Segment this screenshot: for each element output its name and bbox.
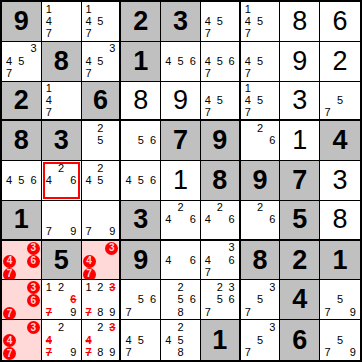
given-digit: 8 <box>201 161 239 200</box>
given-digit: 9 <box>121 241 160 280</box>
cell-r4c7[interactable]: 26 <box>241 121 281 161</box>
candidate-2: 2 <box>94 321 106 334</box>
cell-r7c5[interactable]: 46 <box>161 241 201 281</box>
candidate-4: 4 <box>43 15 55 27</box>
candidate-6: 6 <box>266 214 278 226</box>
cell-r2c9[interactable]: 2 <box>320 42 360 82</box>
candidate-6: 6 <box>187 294 199 306</box>
cell-r7c6[interactable]: 3467 <box>201 241 241 281</box>
candidate-8: 8 <box>174 306 186 318</box>
candidate-4: 4 <box>3 55 15 67</box>
highlighted-candidate-3: 3 <box>27 242 40 255</box>
candidate-grid: 567 <box>121 280 160 319</box>
candidate-5: 5 <box>214 94 226 106</box>
cell-r8c6[interactable]: 23567 <box>201 280 241 320</box>
candidate-grid: 456 <box>161 42 200 81</box>
candidate-6: 6 <box>67 174 79 186</box>
candidate-4: 4 <box>162 254 174 266</box>
candidate-9: 9 <box>67 346 79 359</box>
candidate-9: 9 <box>67 306 79 318</box>
cell-r3c6[interactable]: 457 <box>201 82 241 122</box>
candidate-2: 2 <box>55 162 67 174</box>
cell-r6c4[interactable]: 3 <box>121 201 161 241</box>
candidate-4: 4 <box>202 214 214 226</box>
candidate-4: 4 <box>202 94 214 106</box>
given-digit: 7 <box>280 161 319 200</box>
given-digit: 9 <box>201 121 239 160</box>
candidate-grid: 57 <box>320 82 360 120</box>
candidate-9: 9 <box>67 226 79 238</box>
candidate-5: 5 <box>334 294 347 306</box>
given-digit: 1 <box>320 241 360 280</box>
solved-digit: 1 <box>161 161 200 200</box>
candidate-4: 4 <box>83 15 95 27</box>
candidate-4: 4 <box>122 334 134 347</box>
candidate-grid: 26 <box>241 201 280 239</box>
cell-r6c5[interactable]: 246 <box>161 201 201 241</box>
candidate-6: 6 <box>226 214 238 226</box>
cell-r5c5[interactable]: 1 <box>161 161 201 201</box>
candidate-3: 3 <box>28 43 40 55</box>
candidate-9: 9 <box>106 226 118 238</box>
candidate-5: 5 <box>254 334 266 347</box>
cell-r4c4[interactable]: 56 <box>121 121 161 161</box>
candidate-7: 7 <box>242 306 254 318</box>
given-digit: 8 <box>2 121 41 160</box>
solved-digit: 6 <box>320 2 360 41</box>
candidate-4: 4 <box>43 334 55 347</box>
cell-r1c9[interactable]: 6 <box>320 2 360 42</box>
candidate-grid: 3467 <box>201 241 239 280</box>
cell-r5c1[interactable]: 456 <box>2 161 42 201</box>
candidate-9: 9 <box>346 346 359 359</box>
cell-r8c5[interactable]: 2568 <box>161 280 201 320</box>
candidate-2: 2 <box>214 281 226 293</box>
candidate-grid: 347 <box>2 320 41 360</box>
cell-r3c3[interactable]: 6 <box>82 82 122 122</box>
solved-digit: 9 <box>161 82 200 120</box>
candidate-7: 7 <box>122 306 134 318</box>
candidate-6: 6 <box>147 135 159 147</box>
given-digit: 8 <box>241 241 280 280</box>
given-digit: 5 <box>280 201 319 239</box>
cell-r3c5[interactable]: 9 <box>161 82 201 122</box>
candidate-5: 5 <box>94 15 106 27</box>
candidate-grid: 2479 <box>42 320 81 360</box>
given-digit: 1 <box>201 320 239 360</box>
cell-r9c1[interactable]: 347 <box>2 320 42 360</box>
candidate-3: 3 <box>106 321 118 334</box>
cell-r8c7[interactable]: 357 <box>241 280 281 320</box>
cell-r2c1[interactable]: 3457 <box>2 42 42 82</box>
cell-r9c4[interactable]: 457 <box>121 320 161 360</box>
candidate-1: 1 <box>83 3 95 15</box>
sudoku-board: 9147145723457145786345783457145645674579… <box>0 0 362 362</box>
candidate-6: 6 <box>187 55 199 67</box>
candidate-7: 7 <box>202 266 214 278</box>
candidate-7: 7 <box>242 346 254 359</box>
candidate-grid: 23567 <box>201 280 239 319</box>
candidate-4: 4 <box>162 214 174 226</box>
candidate-7: 7 <box>242 106 254 118</box>
highlighted-candidate-3: 3 <box>27 281 40 294</box>
cell-r3c1[interactable]: 2 <box>2 82 42 122</box>
cell-r8c2[interactable]: 12679 <box>42 280 82 320</box>
candidate-6: 6 <box>27 294 40 307</box>
given-digit: 1 <box>121 42 160 81</box>
given-digit: 3 <box>42 121 81 160</box>
cell-r6c1[interactable]: 1 <box>2 201 42 241</box>
candidate-grid: 579 <box>320 320 360 360</box>
cell-r9c7[interactable]: 357 <box>241 320 281 360</box>
highlighted-candidate-6: 6 <box>27 255 40 268</box>
candidate-4: 4 <box>162 55 174 67</box>
candidate-grid: 357 <box>241 320 280 360</box>
candidate-2: 2 <box>174 202 186 214</box>
candidate-grid: 79 <box>42 201 81 239</box>
candidate-4: 4 <box>3 174 15 186</box>
candidate-3: 3 <box>105 242 118 255</box>
candidate-grid: 579 <box>320 280 360 319</box>
candidate-grid: 456 <box>2 161 41 200</box>
candidate-6: 6 <box>226 254 238 266</box>
candidate-4: 4 <box>83 334 95 347</box>
cell-r4c9[interactable]: 4 <box>320 121 360 161</box>
candidate-grid: 246 <box>161 201 200 239</box>
highlighted-candidate-7: 7 <box>3 268 16 281</box>
candidate-5: 5 <box>174 55 186 67</box>
solved-digit: 1 <box>280 121 319 160</box>
candidate-6: 6 <box>187 214 199 226</box>
cell-r2c8[interactable]: 9 <box>280 42 320 82</box>
cell-r9c3[interactable]: 234789 <box>82 320 122 360</box>
candidate-3: 3 <box>266 321 278 334</box>
cell-r7c2[interactable]: 5 <box>42 241 82 281</box>
cell-r2c2[interactable]: 8 <box>42 42 82 82</box>
candidate-5: 5 <box>214 294 226 306</box>
candidate-4: 4 <box>202 55 214 67</box>
solved-digit: 3 <box>280 82 319 120</box>
candidate-grid: 3457 <box>2 42 41 81</box>
candidate-5: 5 <box>214 15 226 27</box>
cell-r3c8[interactable]: 3 <box>280 82 320 122</box>
candidate-7: 7 <box>202 306 214 318</box>
given-digit: 3 <box>121 201 160 239</box>
candidate-9: 9 <box>346 306 359 318</box>
cell-r7c7[interactable]: 8 <box>241 241 281 281</box>
cell-r6c7[interactable]: 26 <box>241 201 281 241</box>
candidate-7: 7 <box>3 268 16 281</box>
given-digit: 2 <box>121 2 160 41</box>
candidate-4: 4 <box>122 174 134 186</box>
candidate-grid: 56 <box>121 121 160 160</box>
candidate-7: 7 <box>242 67 254 79</box>
given-digit: 2 <box>280 241 319 280</box>
candidate-2: 2 <box>174 281 186 293</box>
solved-digit: 8 <box>320 201 360 239</box>
candidate-2: 2 <box>214 202 226 214</box>
cell-r5c8[interactable]: 7 <box>280 161 320 201</box>
candidate-7: 7 <box>242 28 254 40</box>
candidate-1: 1 <box>43 281 55 293</box>
cell-r9c2[interactable]: 2479 <box>42 320 82 360</box>
candidate-5: 5 <box>15 55 27 67</box>
candidate-5: 5 <box>94 55 106 67</box>
candidate-4: 4 <box>3 255 16 268</box>
given-digit: 4 <box>320 121 360 160</box>
candidate-1: 1 <box>242 3 254 15</box>
candidate-2: 2 <box>254 122 266 134</box>
candidate-7: 7 <box>321 306 334 318</box>
candidate-5: 5 <box>135 294 147 306</box>
candidate-7: 7 <box>83 268 96 281</box>
cell-r7c1[interactable]: 3467 <box>2 241 42 281</box>
given-digit: 9 <box>2 2 41 41</box>
cell-r2c5[interactable]: 456 <box>161 42 201 82</box>
cell-r4c8[interactable]: 1 <box>280 121 320 161</box>
candidate-4: 4 <box>43 94 55 106</box>
highlighted-candidate-4: 4 <box>3 255 16 268</box>
candidate-2: 2 <box>254 202 266 214</box>
cell-r6c3[interactable]: 79 <box>82 201 122 241</box>
candidate-1: 1 <box>83 281 95 293</box>
candidate-grid: 367 <box>2 280 41 319</box>
candidate-5: 5 <box>135 174 147 186</box>
candidate-8: 8 <box>94 306 106 318</box>
candidate-3: 3 <box>266 281 278 293</box>
given-digit: 2 <box>2 82 41 120</box>
cell-r5c6[interactable]: 8 <box>201 161 241 201</box>
candidate-7: 7 <box>83 306 95 318</box>
candidate-grid: 4567 <box>201 42 239 81</box>
cell-r4c6[interactable]: 9 <box>201 121 241 161</box>
cell-r5c4[interactable]: 456 <box>121 161 161 201</box>
candidate-2: 2 <box>55 321 67 334</box>
candidate-9: 9 <box>106 306 118 318</box>
cell-r3c7[interactable]: 1457 <box>241 82 281 122</box>
cell-r9c8[interactable]: 6 <box>280 320 320 360</box>
given-digit: 4 <box>280 280 319 319</box>
candidate-grid: 457 <box>201 82 239 120</box>
candidate-grid: 79 <box>82 201 120 239</box>
candidate-3: 3 <box>106 43 118 55</box>
candidate-2: 2 <box>94 281 106 293</box>
highlighted-candidate-4: 4 <box>3 334 16 347</box>
candidate-6: 6 <box>187 254 199 266</box>
candidate-grid: 2458 <box>161 320 200 360</box>
candidate-5: 5 <box>174 294 186 306</box>
highlighted-candidate-4: 4 <box>83 255 96 268</box>
solved-digit: 2 <box>320 42 360 81</box>
cell-r4c2[interactable]: 3 <box>42 121 82 161</box>
candidate-7: 7 <box>83 226 95 238</box>
cell-r9c6[interactable]: 1 <box>201 320 241 360</box>
candidate-7: 7 <box>321 346 334 359</box>
candidate-grid: 456 <box>121 161 160 200</box>
candidate-4: 4 <box>242 15 254 27</box>
cell-r2c6[interactable]: 4567 <box>201 42 241 82</box>
candidate-7: 7 <box>202 67 214 79</box>
candidate-4: 4 <box>162 334 174 347</box>
candidate-grid: 1457 <box>241 2 280 41</box>
candidate-grid: 3457 <box>82 42 120 81</box>
cell-r2c4[interactable]: 1 <box>121 42 161 82</box>
cell-r1c1[interactable]: 9 <box>2 2 42 42</box>
cell-r8c1[interactable]: 367 <box>2 280 42 320</box>
cell-r6c6[interactable]: 246 <box>201 201 241 241</box>
candidate-grid: 246 <box>42 161 81 200</box>
given-digit: 5 <box>42 241 81 280</box>
candidate-7: 7 <box>83 28 95 40</box>
candidate-grid: 1457 <box>241 82 280 120</box>
candidate-grid: 2568 <box>161 280 200 319</box>
cell-r6c2[interactable]: 79 <box>42 201 82 241</box>
candidate-4: 4 <box>3 334 16 347</box>
cell-r1c4[interactable]: 2 <box>121 2 161 42</box>
candidate-2: 2 <box>94 162 106 174</box>
candidate-grid: 147 <box>42 82 81 120</box>
candidate-grid: 457 <box>201 2 239 41</box>
cell-r1c8[interactable]: 8 <box>280 2 320 42</box>
candidate-6: 6 <box>28 174 40 186</box>
candidate-7: 7 <box>43 106 55 118</box>
candidate-grid: 26 <box>241 121 280 160</box>
highlighted-candidate-6: 6 <box>27 294 40 307</box>
cell-r8c9[interactable]: 579 <box>320 280 360 320</box>
cell-r2c3[interactable]: 3457 <box>82 42 122 82</box>
highlighted-candidate-3: 3 <box>27 321 40 334</box>
cell-r5c9[interactable]: 3 <box>320 161 360 201</box>
solved-digit: 9 <box>280 42 319 81</box>
candidate-grid: 1457 <box>82 2 120 41</box>
candidate-grid: 234789 <box>82 320 120 360</box>
candidate-1: 1 <box>43 3 55 15</box>
given-digit: 7 <box>161 121 200 160</box>
cell-r5c7[interactable]: 9 <box>241 161 281 201</box>
candidate-7: 7 <box>321 106 334 118</box>
cell-r1c6[interactable]: 457 <box>201 2 241 42</box>
candidate-4: 4 <box>83 255 96 268</box>
candidate-5: 5 <box>334 94 347 106</box>
given-digit: 1 <box>2 201 41 239</box>
candidate-6: 6 <box>226 294 238 306</box>
cell-r8c4[interactable]: 567 <box>121 280 161 320</box>
candidate-1: 1 <box>43 83 55 95</box>
given-digit: 8 <box>42 42 81 81</box>
cell-r7c8[interactable]: 2 <box>280 241 320 281</box>
candidate-grid: 46 <box>161 241 200 280</box>
candidate-7: 7 <box>3 307 16 320</box>
cell-r1c5[interactable]: 3 <box>161 2 201 42</box>
cell-r3c4[interactable]: 8 <box>121 82 161 122</box>
cell-r6c8[interactable]: 5 <box>280 201 320 241</box>
candidate-3: 3 <box>226 281 238 293</box>
candidate-2: 2 <box>55 281 67 293</box>
cell-r7c3[interactable]: 347 <box>82 241 122 281</box>
cell-r2c7[interactable]: 457 <box>241 42 281 82</box>
candidate-6: 6 <box>27 255 40 268</box>
candidate-7: 7 <box>3 67 15 79</box>
candidate-4: 4 <box>83 174 95 186</box>
candidate-3: 3 <box>27 321 40 334</box>
highlighted-candidate-3: 3 <box>105 242 118 255</box>
cell-r9c9[interactable]: 579 <box>320 320 360 360</box>
candidate-4: 4 <box>202 15 214 27</box>
candidate-3: 3 <box>27 281 40 294</box>
candidate-grid: 457 <box>241 42 280 81</box>
cell-r5c2[interactable]: 246 <box>42 161 82 201</box>
cell-r1c3[interactable]: 1457 <box>82 2 122 42</box>
given-digit: 6 <box>280 320 319 360</box>
highlighted-candidate-7: 7 <box>83 268 96 281</box>
candidate-3: 3 <box>27 242 40 255</box>
candidate-2: 2 <box>174 321 186 334</box>
candidate-5: 5 <box>135 135 147 147</box>
cell-r3c2[interactable]: 147 <box>42 82 82 122</box>
candidate-5: 5 <box>334 334 347 347</box>
candidate-7: 7 <box>43 306 55 318</box>
candidate-5: 5 <box>174 334 186 347</box>
cell-r9c5[interactable]: 2458 <box>161 320 201 360</box>
candidate-4: 4 <box>202 254 214 266</box>
cell-r7c9[interactable]: 1 <box>320 241 360 281</box>
cell-r8c8[interactable]: 4 <box>280 280 320 320</box>
candidate-4: 4 <box>83 55 95 67</box>
candidate-grid: 347 <box>82 241 120 280</box>
cell-r1c2[interactable]: 147 <box>42 2 82 42</box>
candidate-6: 6 <box>226 55 238 67</box>
candidate-2: 2 <box>94 122 106 134</box>
candidate-7: 7 <box>43 226 55 238</box>
candidate-5: 5 <box>15 174 27 186</box>
cell-r1c7[interactable]: 1457 <box>241 2 281 42</box>
cell-r5c3[interactable]: 245 <box>82 161 122 201</box>
candidate-3: 3 <box>106 281 118 293</box>
cell-r4c3[interactable]: 25 <box>82 121 122 161</box>
cell-r7c4[interactable]: 9 <box>121 241 161 281</box>
given-digit: 9 <box>241 161 280 200</box>
candidate-9: 9 <box>106 346 118 359</box>
candidate-grid: 246 <box>201 201 239 239</box>
candidate-grid: 357 <box>241 280 280 319</box>
given-digit: 3 <box>161 2 200 41</box>
candidate-8: 8 <box>174 346 186 359</box>
candidate-6: 6 <box>147 294 159 306</box>
candidate-6: 6 <box>67 294 79 306</box>
cell-r4c5[interactable]: 7 <box>161 121 201 161</box>
candidate-5: 5 <box>254 15 266 27</box>
candidate-5: 5 <box>254 55 266 67</box>
highlighted-candidate-7: 7 <box>3 307 16 320</box>
candidate-7: 7 <box>83 67 95 79</box>
candidate-7: 7 <box>83 346 95 359</box>
candidate-4: 4 <box>242 55 254 67</box>
candidate-grid: 12679 <box>42 280 81 319</box>
solved-digit: 8 <box>121 82 160 120</box>
candidate-7: 7 <box>43 28 55 40</box>
candidate-7: 7 <box>202 28 214 40</box>
candidate-grid: 245 <box>82 161 120 200</box>
candidate-3: 3 <box>226 242 238 254</box>
candidate-5: 5 <box>94 174 106 186</box>
cell-r6c9[interactable]: 8 <box>320 201 360 241</box>
cell-r3c9[interactable]: 57 <box>320 82 360 122</box>
candidate-6: 6 <box>266 135 278 147</box>
candidate-grid: 123789 <box>82 280 120 319</box>
cell-r4c1[interactable]: 8 <box>2 121 42 161</box>
candidate-5: 5 <box>254 94 266 106</box>
cell-r8c3[interactable]: 123789 <box>82 280 122 320</box>
